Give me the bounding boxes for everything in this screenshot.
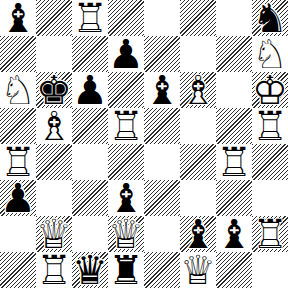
square-b5[interactable]: ♝♗ [36, 108, 72, 144]
black-knight-icon: ♞ [252, 0, 288, 36]
piece-black-pawn[interactable]: ♟♟ [72, 72, 108, 108]
square-a1[interactable] [0, 252, 36, 288]
piece-white-queen[interactable]: ♛♕ [108, 216, 144, 252]
piece-white-king[interactable]: ♚♔ [252, 72, 288, 108]
piece-white-bishop[interactable]: ♝♗ [180, 72, 216, 108]
square-h3[interactable] [252, 180, 288, 216]
black-bishop-icon: ♝ [180, 216, 216, 252]
white-rook-icon: ♖ [36, 252, 72, 288]
white-rook-icon: ♖ [216, 144, 252, 180]
piece-black-bishop[interactable]: ♝♝ [216, 216, 252, 252]
piece-black-bishop[interactable]: ♝♝ [180, 216, 216, 252]
square-b7[interactable] [36, 36, 72, 72]
square-g7[interactable] [216, 36, 252, 72]
square-d7[interactable]: ♟♟ [108, 36, 144, 72]
white-king-icon: ♔ [252, 72, 288, 108]
square-d5[interactable]: ♜♖ [108, 108, 144, 144]
square-h6[interactable]: ♚♔ [252, 72, 288, 108]
square-d4[interactable] [108, 144, 144, 180]
square-c2[interactable] [72, 216, 108, 252]
black-pawn-icon: ♟ [0, 180, 36, 216]
white-queen-icon: ♕ [108, 216, 144, 252]
piece-white-rook[interactable]: ♜♖ [252, 216, 288, 252]
white-knight-icon: ♘ [252, 36, 288, 72]
square-c4[interactable] [72, 144, 108, 180]
square-b2[interactable]: ♛♕ [36, 216, 72, 252]
black-pawn-icon: ♟ [108, 36, 144, 72]
square-a8[interactable]: ♝♝ [0, 0, 36, 36]
black-pawn-icon: ♟ [72, 72, 108, 108]
white-bishop-icon: ♗ [180, 72, 216, 108]
white-rook-icon: ♖ [252, 216, 288, 252]
piece-white-rook[interactable]: ♜♖ [72, 0, 108, 36]
square-d1[interactable]: ♜♜ [108, 252, 144, 288]
square-e8[interactable] [144, 0, 180, 36]
square-g3[interactable] [216, 180, 252, 216]
square-e2[interactable] [144, 216, 180, 252]
square-h2[interactable]: ♜♖ [252, 216, 288, 252]
piece-black-king[interactable]: ♚♚ [36, 72, 72, 108]
white-rook-icon: ♖ [108, 108, 144, 144]
square-e6[interactable]: ♝♝ [144, 72, 180, 108]
square-h5[interactable]: ♜♖ [252, 108, 288, 144]
square-f4[interactable] [180, 144, 216, 180]
square-f6[interactable]: ♝♗ [180, 72, 216, 108]
square-f5[interactable] [180, 108, 216, 144]
black-rook-icon: ♜ [108, 252, 144, 288]
square-f8[interactable] [180, 0, 216, 36]
square-h8[interactable]: ♞♞ [252, 0, 288, 36]
square-a2[interactable] [0, 216, 36, 252]
square-h1[interactable] [252, 252, 288, 288]
square-f7[interactable] [180, 36, 216, 72]
piece-white-rook[interactable]: ♜♖ [0, 144, 36, 180]
square-b6[interactable]: ♚♚ [36, 72, 72, 108]
square-h7[interactable]: ♞♘ [252, 36, 288, 72]
square-a7[interactable] [0, 36, 36, 72]
piece-black-bishop[interactable]: ♝♝ [0, 0, 36, 36]
square-f3[interactable] [180, 180, 216, 216]
white-rook-icon: ♖ [252, 108, 288, 144]
white-queen-icon: ♕ [180, 252, 216, 288]
piece-white-rook[interactable]: ♜♖ [108, 108, 144, 144]
square-c7[interactable] [72, 36, 108, 72]
piece-black-queen[interactable]: ♛♛ [72, 252, 108, 288]
square-c6[interactable]: ♟♟ [72, 72, 108, 108]
square-d3[interactable]: ♝♝ [108, 180, 144, 216]
square-e3[interactable] [144, 180, 180, 216]
square-h4[interactable] [252, 144, 288, 180]
square-b8[interactable] [36, 0, 72, 36]
square-c3[interactable] [72, 180, 108, 216]
piece-black-bishop[interactable]: ♝♝ [108, 180, 144, 216]
white-queen-icon: ♕ [36, 216, 72, 252]
square-e5[interactable] [144, 108, 180, 144]
square-a4[interactable]: ♜♖ [0, 144, 36, 180]
chess-board: ♝♝♜♖♞♞♟♟♞♘♞♘♚♚♟♟♝♝♝♗♚♔♝♗♜♖♜♖♜♖♜♖♟♟♝♝♛♕♛♕… [0, 0, 288, 288]
square-c8[interactable]: ♜♖ [72, 0, 108, 36]
square-g2[interactable]: ♝♝ [216, 216, 252, 252]
square-c1[interactable]: ♛♛ [72, 252, 108, 288]
square-c5[interactable] [72, 108, 108, 144]
piece-black-pawn[interactable]: ♟♟ [0, 180, 36, 216]
square-g1[interactable] [216, 252, 252, 288]
square-e4[interactable] [144, 144, 180, 180]
piece-white-rook[interactable]: ♜♖ [252, 108, 288, 144]
black-bishop-icon: ♝ [108, 180, 144, 216]
square-f2[interactable]: ♝♝ [180, 216, 216, 252]
black-bishop-icon: ♝ [144, 72, 180, 108]
piece-white-queen[interactable]: ♛♕ [180, 252, 216, 288]
piece-black-bishop[interactable]: ♝♝ [144, 72, 180, 108]
piece-black-pawn[interactable]: ♟♟ [108, 36, 144, 72]
square-g5[interactable] [216, 108, 252, 144]
square-a6[interactable]: ♞♘ [0, 72, 36, 108]
black-bishop-icon: ♝ [0, 0, 36, 36]
square-f1[interactable]: ♛♕ [180, 252, 216, 288]
piece-white-knight[interactable]: ♞♘ [252, 36, 288, 72]
square-g4[interactable]: ♜♖ [216, 144, 252, 180]
square-b1[interactable]: ♜♖ [36, 252, 72, 288]
piece-white-rook[interactable]: ♜♖ [216, 144, 252, 180]
square-d2[interactable]: ♛♕ [108, 216, 144, 252]
white-rook-icon: ♖ [0, 144, 36, 180]
square-d8[interactable] [108, 0, 144, 36]
square-b4[interactable] [36, 144, 72, 180]
white-bishop-icon: ♗ [36, 108, 72, 144]
white-rook-icon: ♖ [72, 0, 108, 36]
piece-white-bishop[interactable]: ♝♗ [36, 108, 72, 144]
black-queen-icon: ♛ [72, 252, 108, 288]
square-d6[interactable] [108, 72, 144, 108]
black-bishop-icon: ♝ [216, 216, 252, 252]
piece-white-rook[interactable]: ♜♖ [36, 252, 72, 288]
square-e7[interactable] [144, 36, 180, 72]
piece-black-rook[interactable]: ♜♜ [108, 252, 144, 288]
piece-white-queen[interactable]: ♛♕ [36, 216, 72, 252]
white-knight-icon: ♘ [0, 72, 36, 108]
black-king-icon: ♚ [36, 72, 72, 108]
piece-white-knight[interactable]: ♞♘ [0, 72, 36, 108]
square-g8[interactable] [216, 0, 252, 36]
square-g6[interactable] [216, 72, 252, 108]
square-e1[interactable] [144, 252, 180, 288]
piece-black-knight[interactable]: ♞♞ [252, 0, 288, 36]
square-a3[interactable]: ♟♟ [0, 180, 36, 216]
square-a5[interactable] [0, 108, 36, 144]
square-b3[interactable] [36, 180, 72, 216]
